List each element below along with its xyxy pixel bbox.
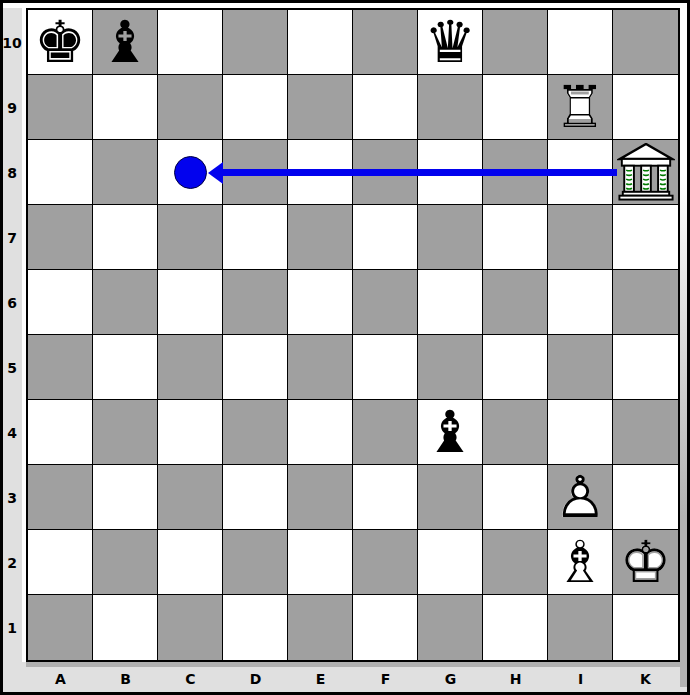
- file-label-i: I: [548, 667, 613, 691]
- square-f6[interactable]: [353, 270, 418, 335]
- square-i9[interactable]: ♜♖: [548, 75, 613, 140]
- square-g2[interactable]: [418, 530, 483, 595]
- piece-glyph: ♚: [28, 10, 92, 74]
- piece-glyph-outline: ♙: [548, 465, 612, 529]
- square-k6[interactable]: [613, 270, 678, 335]
- square-h7[interactable]: [483, 205, 548, 270]
- square-h4[interactable]: [483, 400, 548, 465]
- square-d9[interactable]: [223, 75, 288, 140]
- square-a3[interactable]: [28, 465, 93, 530]
- square-e4[interactable]: [288, 400, 353, 465]
- square-f7[interactable]: [353, 205, 418, 270]
- square-c5[interactable]: [158, 335, 223, 400]
- square-i1[interactable]: [548, 595, 613, 660]
- white-king-k2[interactable]: ♚♔: [613, 530, 678, 594]
- square-g5[interactable]: [418, 335, 483, 400]
- rank-label-9: 9: [2, 75, 22, 140]
- piece-glyph-outline: ♗: [548, 530, 612, 594]
- square-b10[interactable]: ♝: [93, 10, 158, 75]
- rank-label-2: 2: [2, 530, 22, 595]
- square-c3[interactable]: [158, 465, 223, 530]
- square-g3[interactable]: [418, 465, 483, 530]
- white-pawn-i3[interactable]: ♟♙: [548, 465, 612, 529]
- square-f4[interactable]: [353, 400, 418, 465]
- square-f3[interactable]: [353, 465, 418, 530]
- square-d1[interactable]: [223, 595, 288, 660]
- file-label-g: G: [418, 667, 483, 691]
- square-e3[interactable]: [288, 465, 353, 530]
- square-c4[interactable]: [158, 400, 223, 465]
- temple-piece-icon: [617, 143, 675, 201]
- square-a9[interactable]: [28, 75, 93, 140]
- square-i4[interactable]: [548, 400, 613, 465]
- rank-label-6: 6: [2, 270, 22, 335]
- square-b1[interactable]: [93, 595, 158, 660]
- square-g10[interactable]: ♛: [418, 10, 483, 75]
- piece-glyph: ♝: [93, 10, 157, 74]
- file-label-f: F: [353, 667, 418, 691]
- square-k8[interactable]: [613, 140, 678, 205]
- square-h9[interactable]: [483, 75, 548, 140]
- file-label-c: C: [158, 667, 223, 691]
- square-c6[interactable]: [158, 270, 223, 335]
- black-queen-g10[interactable]: ♛: [418, 10, 482, 74]
- square-d4[interactable]: [223, 400, 288, 465]
- square-i7[interactable]: [548, 205, 613, 270]
- file-label-b: B: [93, 667, 158, 691]
- white-rook-i9[interactable]: ♜♖: [548, 75, 612, 139]
- black-bishop-b10[interactable]: ♝: [93, 10, 157, 74]
- square-e6[interactable]: [288, 270, 353, 335]
- square-h1[interactable]: [483, 595, 548, 660]
- piece-glyph: ♛: [418, 10, 482, 74]
- rank-label-8: 8: [2, 140, 22, 205]
- square-d3[interactable]: [223, 465, 288, 530]
- square-e2[interactable]: [288, 530, 353, 595]
- square-d6[interactable]: [223, 270, 288, 335]
- square-e10[interactable]: [288, 10, 353, 75]
- move-arrow-line: [223, 169, 617, 176]
- file-label-h: H: [483, 667, 548, 691]
- square-e1[interactable]: [288, 595, 353, 660]
- square-b5[interactable]: [93, 335, 158, 400]
- square-e7[interactable]: [288, 205, 353, 270]
- square-b6[interactable]: [93, 270, 158, 335]
- board-frame: ♚♝♛♜♖ ♝♟♙♝♗♚♔: [26, 8, 680, 662]
- square-a5[interactable]: [28, 335, 93, 400]
- rank-label-10: 10: [2, 10, 22, 75]
- square-a4[interactable]: [28, 400, 93, 465]
- rank-label-3: 3: [2, 465, 22, 530]
- square-i6[interactable]: [548, 270, 613, 335]
- square-i5[interactable]: [548, 335, 613, 400]
- square-k1[interactable]: [613, 595, 678, 660]
- file-label-e: E: [288, 667, 353, 691]
- square-d2[interactable]: [223, 530, 288, 595]
- square-k9[interactable]: [613, 75, 678, 140]
- square-a6[interactable]: [28, 270, 93, 335]
- black-king-a10[interactable]: ♚: [28, 10, 92, 74]
- square-k3[interactable]: [613, 465, 678, 530]
- square-a1[interactable]: [28, 595, 93, 660]
- white-temple-k8[interactable]: [613, 140, 678, 204]
- square-h10[interactable]: [483, 10, 548, 75]
- square-g9[interactable]: [418, 75, 483, 140]
- square-e9[interactable]: [288, 75, 353, 140]
- square-b4[interactable]: [93, 400, 158, 465]
- square-k2[interactable]: ♚♔: [613, 530, 678, 595]
- file-label-k: K: [613, 667, 678, 691]
- square-g7[interactable]: [418, 205, 483, 270]
- square-i3[interactable]: ♟♙: [548, 465, 613, 530]
- square-d5[interactable]: [223, 335, 288, 400]
- square-c9[interactable]: [158, 75, 223, 140]
- square-h3[interactable]: [483, 465, 548, 530]
- square-b2[interactable]: [93, 530, 158, 595]
- piece-glyph-outline: ♔: [613, 530, 678, 594]
- square-b8[interactable]: [93, 140, 158, 205]
- rank-label-4: 4: [2, 400, 22, 465]
- square-b9[interactable]: [93, 75, 158, 140]
- square-f9[interactable]: [353, 75, 418, 140]
- square-k5[interactable]: [613, 335, 678, 400]
- square-k4[interactable]: [613, 400, 678, 465]
- square-d7[interactable]: [223, 205, 288, 270]
- square-e5[interactable]: [288, 335, 353, 400]
- square-c2[interactable]: [158, 530, 223, 595]
- rank-label-7: 7: [2, 205, 22, 270]
- bevel-right: [680, 3, 687, 687]
- square-g1[interactable]: [418, 595, 483, 660]
- square-c7[interactable]: [158, 205, 223, 270]
- white-bishop-i2[interactable]: ♝♗: [548, 530, 612, 594]
- square-b7[interactable]: [93, 205, 158, 270]
- square-b3[interactable]: [93, 465, 158, 530]
- square-i10[interactable]: [548, 10, 613, 75]
- square-a10[interactable]: ♚: [28, 10, 93, 75]
- square-h2[interactable]: [483, 530, 548, 595]
- square-c10[interactable]: [158, 10, 223, 75]
- square-f2[interactable]: [353, 530, 418, 595]
- file-label-a: A: [28, 667, 93, 691]
- black-bishop-g4[interactable]: ♝: [418, 400, 482, 464]
- square-i2[interactable]: ♝♗: [548, 530, 613, 595]
- square-f10[interactable]: [353, 10, 418, 75]
- square-a8[interactable]: [28, 140, 93, 205]
- square-c1[interactable]: [158, 595, 223, 660]
- piece-glyph: ♝: [418, 400, 482, 464]
- rank-label-5: 5: [2, 335, 22, 400]
- square-f1[interactable]: [353, 595, 418, 660]
- square-f5[interactable]: [353, 335, 418, 400]
- chess-variant-app: { "game": "chess variant on 10x10 board …: [0, 0, 690, 695]
- square-h6[interactable]: [483, 270, 548, 335]
- square-a2[interactable]: [28, 530, 93, 595]
- square-k7[interactable]: [613, 205, 678, 270]
- piece-glyph-outline: ♖: [548, 75, 612, 139]
- move-destination-dot: [174, 156, 207, 189]
- square-h5[interactable]: [483, 335, 548, 400]
- square-k10[interactable]: [613, 10, 678, 75]
- game-board: ♚♝♛♜♖ ♝♟♙♝♗♚♔: [28, 10, 678, 660]
- file-label-d: D: [223, 667, 288, 691]
- move-arrow-head: [208, 162, 223, 184]
- square-g4[interactable]: ♝: [418, 400, 483, 465]
- square-a7[interactable]: [28, 205, 93, 270]
- rank-label-1: 1: [2, 595, 22, 660]
- square-g6[interactable]: [418, 270, 483, 335]
- square-d10[interactable]: [223, 10, 288, 75]
